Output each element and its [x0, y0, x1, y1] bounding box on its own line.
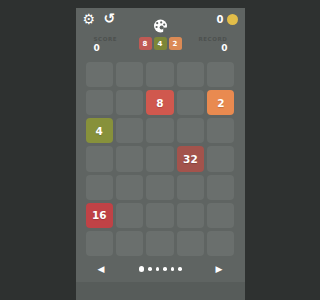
tile-4: 4 [86, 118, 113, 143]
empty-cell [86, 62, 113, 87]
restart-icon[interactable]: ↺ [104, 10, 116, 26]
empty-cell [207, 231, 234, 256]
preview-tile-8: 8 [139, 37, 152, 50]
empty-cell [116, 90, 143, 115]
tile-2: 2 [207, 90, 234, 115]
empty-cell [116, 146, 143, 171]
page-dot [148, 267, 152, 271]
board[interactable]: 8243216 [86, 62, 235, 256]
empty-cell [146, 203, 173, 228]
empty-cell [177, 90, 204, 115]
empty-cell [207, 62, 234, 87]
empty-cell [116, 175, 143, 200]
page-dot [163, 267, 167, 271]
tile-16: 16 [86, 203, 113, 228]
empty-cell [146, 62, 173, 87]
record-value: 0 [198, 43, 227, 53]
page-dot [156, 267, 160, 271]
empty-cell [207, 118, 234, 143]
preview-tile-2: 2 [169, 37, 182, 50]
settings-icon[interactable]: ⚙ [83, 11, 96, 27]
empty-cell [86, 231, 113, 256]
tile-8: 8 [146, 90, 173, 115]
record-label: RECORD [198, 36, 227, 42]
coin-icon [227, 14, 238, 25]
palette-icon[interactable] [152, 19, 169, 38]
empty-cell [146, 118, 173, 143]
empty-cell [177, 231, 204, 256]
empty-cell [207, 203, 234, 228]
empty-cell [116, 62, 143, 87]
empty-cell [146, 175, 173, 200]
game-screen: ⚙ ↺ 0 SCORE 0 842 RECORD 0 8243216 ◀ ▶ [76, 8, 245, 300]
footer-strip [76, 282, 245, 300]
empty-cell [116, 203, 143, 228]
empty-cell [207, 175, 234, 200]
empty-cell [177, 62, 204, 87]
empty-cell [116, 118, 143, 143]
preview-tile-4: 4 [154, 37, 167, 50]
empty-cell [86, 175, 113, 200]
coin-count: 0 [217, 14, 224, 25]
empty-cell [86, 146, 113, 171]
empty-cell [116, 231, 143, 256]
next-board-button[interactable]: ▶ [216, 263, 223, 275]
page-dot-active [139, 266, 145, 272]
empty-cell [177, 118, 204, 143]
page-dot [178, 267, 182, 271]
empty-cell [177, 175, 204, 200]
empty-cell [146, 146, 173, 171]
empty-cell [177, 203, 204, 228]
record-block: RECORD 0 [198, 36, 227, 53]
coin-counter[interactable]: 0 [217, 14, 238, 25]
empty-cell [86, 90, 113, 115]
tile-32: 32 [177, 146, 204, 171]
empty-cell [146, 231, 173, 256]
empty-cell [207, 146, 234, 171]
page-dot [171, 267, 175, 271]
